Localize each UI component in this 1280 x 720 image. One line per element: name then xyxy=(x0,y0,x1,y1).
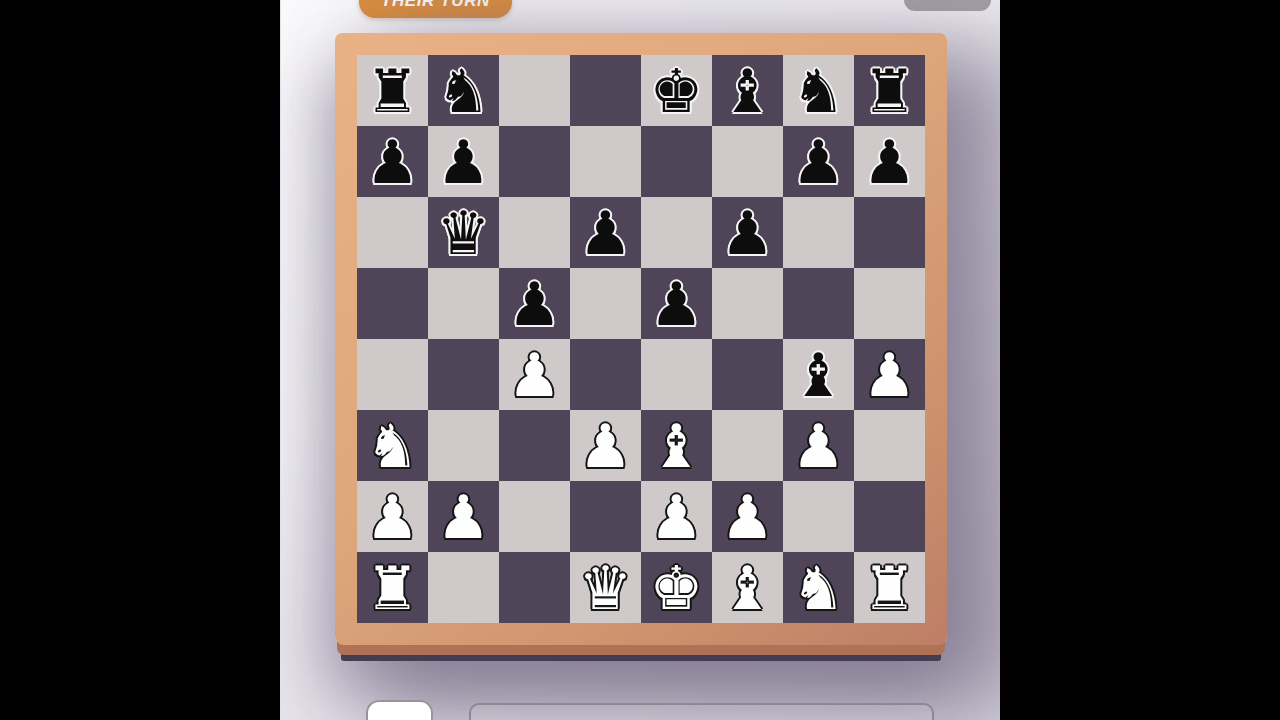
bottom-left-button[interactable] xyxy=(366,700,433,720)
square-g6[interactable] xyxy=(783,197,854,268)
piece-black-pawn: ♟ xyxy=(792,132,846,192)
square-b4[interactable] xyxy=(428,339,499,410)
square-e2[interactable]: ♟ xyxy=(641,481,712,552)
square-g2[interactable] xyxy=(783,481,854,552)
piece-white-pawn: ♟ xyxy=(437,487,491,547)
piece-black-pawn: ♟ xyxy=(508,274,562,334)
square-b7[interactable]: ♟ xyxy=(428,126,499,197)
piece-black-pawn: ♟ xyxy=(366,132,420,192)
square-h6[interactable] xyxy=(854,197,925,268)
piece-black-queen: ♛ xyxy=(437,203,491,263)
square-c6[interactable] xyxy=(499,197,570,268)
app-screen: THEIR TURN ♜♞♚♝♞♜♟♟♟♟♛♟♟♟♟♟♝♟♞♟♝♟♟♟♟♟♜♛♚… xyxy=(280,0,1001,720)
square-e5[interactable]: ♟ xyxy=(641,268,712,339)
square-g4[interactable]: ♝ xyxy=(783,339,854,410)
square-f2[interactable]: ♟ xyxy=(712,481,783,552)
square-a8[interactable]: ♜ xyxy=(357,55,428,126)
square-b5[interactable] xyxy=(428,268,499,339)
square-a6[interactable] xyxy=(357,197,428,268)
piece-white-pawn: ♟ xyxy=(863,345,917,405)
square-e3[interactable]: ♝ xyxy=(641,410,712,481)
square-f6[interactable]: ♟ xyxy=(712,197,783,268)
square-d8[interactable] xyxy=(570,55,641,126)
left-letterbox xyxy=(0,0,280,720)
piece-white-rook: ♜ xyxy=(366,558,420,618)
square-b6[interactable]: ♛ xyxy=(428,197,499,268)
piece-black-bishop: ♝ xyxy=(792,345,846,405)
square-e1[interactable]: ♚ xyxy=(641,552,712,623)
square-f4[interactable] xyxy=(712,339,783,410)
square-c8[interactable] xyxy=(499,55,570,126)
square-g7[interactable]: ♟ xyxy=(783,126,854,197)
piece-white-knight: ♞ xyxy=(792,558,846,618)
square-f7[interactable] xyxy=(712,126,783,197)
piece-white-rook: ♜ xyxy=(863,558,917,618)
piece-white-pawn: ♟ xyxy=(721,487,775,547)
square-d5[interactable] xyxy=(570,268,641,339)
square-b8[interactable]: ♞ xyxy=(428,55,499,126)
square-g1[interactable]: ♞ xyxy=(783,552,854,623)
piece-white-pawn: ♟ xyxy=(792,416,846,476)
square-a2[interactable]: ♟ xyxy=(357,481,428,552)
square-a4[interactable] xyxy=(357,339,428,410)
square-a5[interactable] xyxy=(357,268,428,339)
piece-white-pawn: ♟ xyxy=(508,345,562,405)
square-h1[interactable]: ♜ xyxy=(854,552,925,623)
square-h8[interactable]: ♜ xyxy=(854,55,925,126)
square-g5[interactable] xyxy=(783,268,854,339)
square-a3[interactable]: ♞ xyxy=(357,410,428,481)
square-f3[interactable] xyxy=(712,410,783,481)
piece-white-bishop: ♝ xyxy=(650,416,704,476)
square-e4[interactable] xyxy=(641,339,712,410)
piece-black-knight: ♞ xyxy=(792,61,846,121)
piece-black-rook: ♜ xyxy=(366,61,420,121)
square-c2[interactable] xyxy=(499,481,570,552)
square-c1[interactable] xyxy=(499,552,570,623)
square-e6[interactable] xyxy=(641,197,712,268)
piece-white-bishop: ♝ xyxy=(721,558,775,618)
square-f1[interactable]: ♝ xyxy=(712,552,783,623)
piece-black-pawn: ♟ xyxy=(863,132,917,192)
square-d7[interactable] xyxy=(570,126,641,197)
piece-black-bishop: ♝ xyxy=(721,61,775,121)
square-c7[interactable] xyxy=(499,126,570,197)
piece-white-pawn: ♟ xyxy=(650,487,704,547)
right-letterbox xyxy=(1000,0,1280,720)
piece-white-knight: ♞ xyxy=(366,416,420,476)
square-h5[interactable] xyxy=(854,268,925,339)
square-d3[interactable]: ♟ xyxy=(570,410,641,481)
bottom-panel[interactable] xyxy=(469,703,934,720)
piece-white-pawn: ♟ xyxy=(366,487,420,547)
turn-indicator-label: THEIR TURN xyxy=(381,0,490,11)
square-h4[interactable]: ♟ xyxy=(854,339,925,410)
piece-white-pawn: ♟ xyxy=(579,416,633,476)
square-c3[interactable] xyxy=(499,410,570,481)
square-c4[interactable]: ♟ xyxy=(499,339,570,410)
square-a1[interactable]: ♜ xyxy=(357,552,428,623)
piece-white-queen: ♛ xyxy=(579,558,633,618)
piece-black-pawn: ♟ xyxy=(579,203,633,263)
square-b2[interactable]: ♟ xyxy=(428,481,499,552)
square-e7[interactable] xyxy=(641,126,712,197)
square-h7[interactable]: ♟ xyxy=(854,126,925,197)
square-g3[interactable]: ♟ xyxy=(783,410,854,481)
square-h3[interactable] xyxy=(854,410,925,481)
piece-black-pawn: ♟ xyxy=(437,132,491,192)
square-b3[interactable] xyxy=(428,410,499,481)
piece-white-king: ♚ xyxy=(650,558,704,618)
turn-indicator-badge: THEIR TURN xyxy=(359,0,512,18)
square-c5[interactable]: ♟ xyxy=(499,268,570,339)
square-d1[interactable]: ♛ xyxy=(570,552,641,623)
square-b1[interactable] xyxy=(428,552,499,623)
piece-black-rook: ♜ xyxy=(863,61,917,121)
square-e8[interactable]: ♚ xyxy=(641,55,712,126)
square-h2[interactable] xyxy=(854,481,925,552)
square-f5[interactable] xyxy=(712,268,783,339)
square-f8[interactable]: ♝ xyxy=(712,55,783,126)
piece-black-pawn: ♟ xyxy=(650,274,704,334)
piece-black-king: ♚ xyxy=(650,61,704,121)
square-g8[interactable]: ♞ xyxy=(783,55,854,126)
square-d4[interactable] xyxy=(570,339,641,410)
square-a7[interactable]: ♟ xyxy=(357,126,428,197)
chess-board: ♜♞♚♝♞♜♟♟♟♟♛♟♟♟♟♟♝♟♞♟♝♟♟♟♟♟♜♛♚♝♞♜ xyxy=(357,55,925,623)
piece-black-pawn: ♟ xyxy=(721,203,775,263)
chess-board-frame: ♜♞♚♝♞♜♟♟♟♟♛♟♟♟♟♟♝♟♞♟♝♟♟♟♟♟♜♛♚♝♞♜ xyxy=(335,33,947,645)
square-d2[interactable] xyxy=(570,481,641,552)
piece-black-knight: ♞ xyxy=(437,61,491,121)
square-d6[interactable]: ♟ xyxy=(570,197,641,268)
top-right-pill-button[interactable] xyxy=(904,0,991,11)
